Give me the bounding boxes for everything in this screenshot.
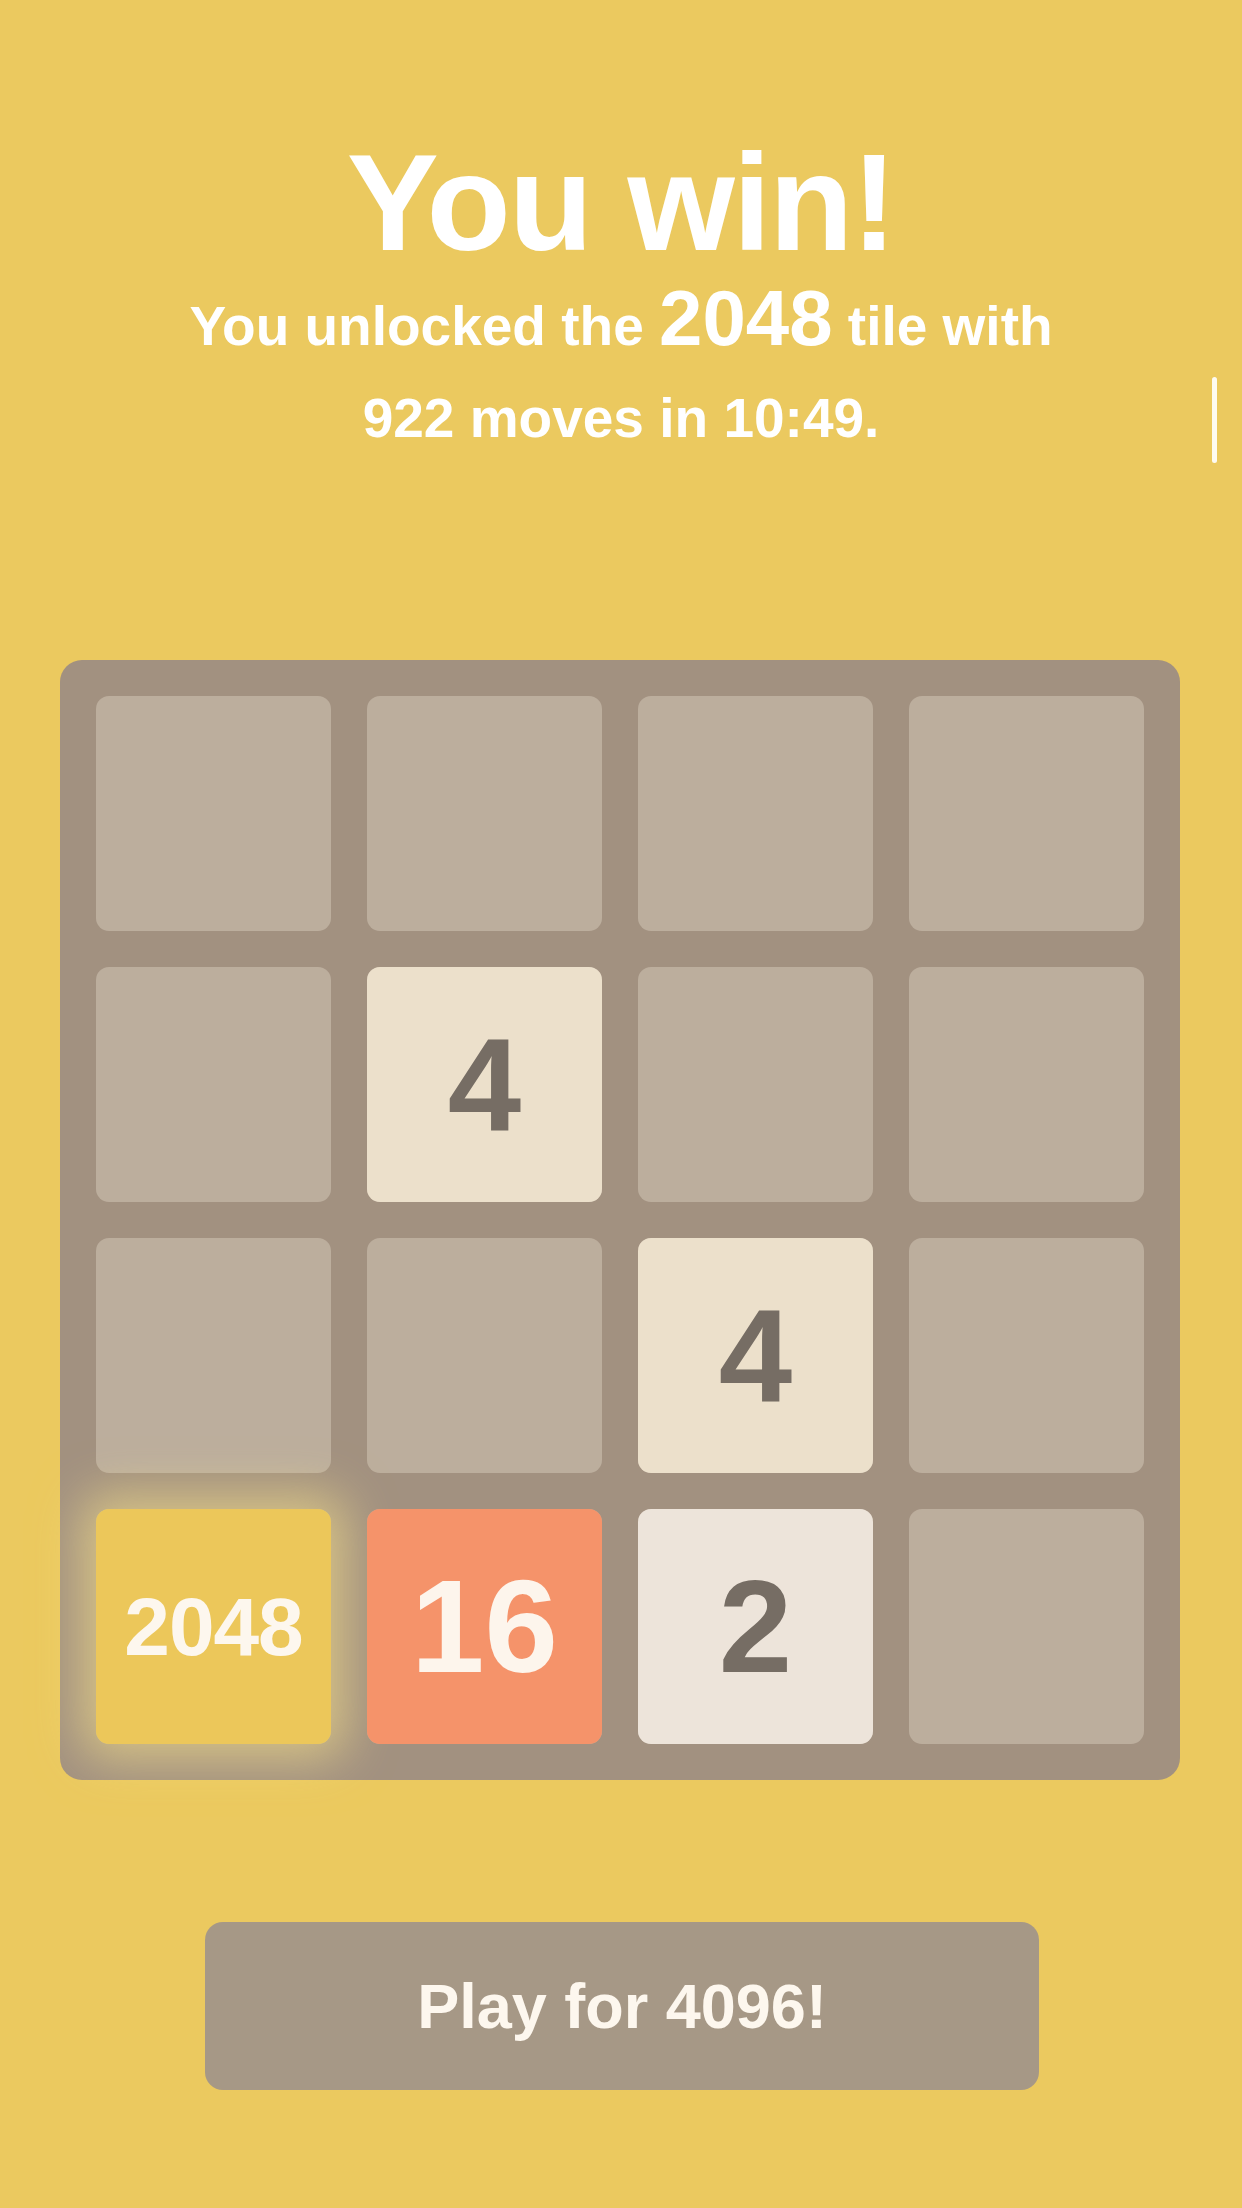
board-cell-r4c1: 2048 bbox=[96, 1509, 331, 1744]
board-cell-r3c1 bbox=[96, 1238, 331, 1473]
board-cell-r3c3: 4 bbox=[638, 1238, 873, 1473]
board-cell-r2c2: 4 bbox=[367, 967, 602, 1202]
subtitle-line2: 922 moves in 10:49. bbox=[363, 387, 880, 449]
subtitle-suffix: tile with bbox=[833, 295, 1053, 357]
tile-4: 4 bbox=[367, 967, 602, 1202]
board-cell-r2c3 bbox=[638, 967, 873, 1202]
tile-2048: 2048 bbox=[96, 1509, 331, 1744]
tile-16: 16 bbox=[367, 1509, 602, 1744]
tile-2: 2 bbox=[638, 1509, 873, 1744]
board-cell-r4c3: 2 bbox=[638, 1509, 873, 1744]
play-for-4096-button[interactable]: Play for 4096! bbox=[205, 1922, 1039, 2090]
board-cell-r3c2 bbox=[367, 1238, 602, 1473]
board-grid: 4 4 2048 16 2 bbox=[96, 696, 1144, 1744]
scroll-indicator[interactable] bbox=[1212, 377, 1217, 463]
subtitle-prefix: You unlocked the bbox=[189, 295, 659, 357]
board-cell-r1c4 bbox=[909, 696, 1144, 931]
board-cell-r1c3 bbox=[638, 696, 873, 931]
win-screen: You win! You unlocked the 2048 tile with… bbox=[0, 0, 1242, 2208]
win-subtitle: You unlocked the 2048 tile with 922 move… bbox=[0, 272, 1242, 464]
board-cell-r2c1 bbox=[96, 967, 331, 1202]
board-cell-r2c4 bbox=[909, 967, 1144, 1202]
game-board: 4 4 2048 16 2 bbox=[60, 660, 1180, 1780]
board-cell-r1c1 bbox=[96, 696, 331, 931]
win-title: You win! bbox=[0, 112, 1242, 292]
subtitle-highlight-2048: 2048 bbox=[659, 274, 833, 362]
board-cell-r1c2 bbox=[367, 696, 602, 931]
board-cell-r4c4 bbox=[909, 1509, 1144, 1744]
board-cell-r3c4 bbox=[909, 1238, 1144, 1473]
board-cell-r4c2: 16 bbox=[367, 1509, 602, 1744]
tile-4: 4 bbox=[638, 1238, 873, 1473]
